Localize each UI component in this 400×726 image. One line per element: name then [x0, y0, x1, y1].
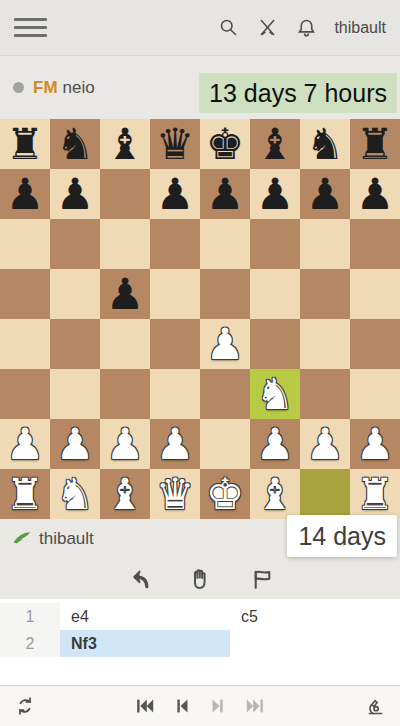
square-b3[interactable] — [50, 369, 100, 419]
move-number: 2 — [0, 630, 60, 657]
square-d3[interactable] — [150, 369, 200, 419]
square-c7[interactable] — [100, 169, 150, 219]
square-g6[interactable] — [300, 219, 350, 269]
square-h3[interactable] — [350, 369, 400, 419]
black-king-e8[interactable]: ♚ — [200, 119, 250, 169]
move-black[interactable] — [230, 630, 400, 657]
square-h1[interactable]: ♜ — [350, 469, 400, 519]
white-pawn-d2[interactable]: ♟ — [150, 419, 200, 469]
square-h5[interactable] — [350, 269, 400, 319]
flip-board-icon[interactable] — [13, 694, 37, 718]
black-pawn-b7[interactable]: ♟ — [50, 169, 100, 219]
square-b5[interactable] — [50, 269, 100, 319]
square-f5[interactable] — [250, 269, 300, 319]
square-a2[interactable]: ♟ — [0, 419, 50, 469]
square-g2[interactable]: ♟ — [300, 419, 350, 469]
square-f2[interactable]: ♟ — [250, 419, 300, 469]
topbar-right: thibault — [217, 17, 386, 39]
white-knight-f3[interactable]: ♞ — [250, 369, 300, 419]
black-pawn-c5[interactable]: ♟ — [100, 269, 150, 319]
notification-bell-icon[interactable] — [295, 17, 317, 39]
square-h7[interactable]: ♟ — [350, 169, 400, 219]
opponent-name[interactable]: neio — [63, 78, 95, 98]
square-b6[interactable] — [50, 219, 100, 269]
top-navbar: thibault — [0, 0, 400, 56]
square-b7[interactable]: ♟ — [50, 169, 100, 219]
hamburger-bar — [14, 26, 47, 29]
square-a1[interactable]: ♜ — [0, 469, 50, 519]
square-h2[interactable]: ♟ — [350, 419, 400, 469]
black-rook-h8[interactable]: ♜ — [350, 119, 400, 169]
white-pawn-f2[interactable]: ♟ — [250, 419, 300, 469]
square-d8[interactable]: ♛ — [150, 119, 200, 169]
square-e4[interactable]: ♟ — [200, 319, 250, 369]
move-list: 1 e4 c5 2 Nf3 — [0, 599, 400, 685]
square-c2[interactable]: ♟ — [100, 419, 150, 469]
square-f7[interactable]: ♟ — [250, 169, 300, 219]
black-bishop-f8[interactable]: ♝ — [250, 119, 300, 169]
square-f4[interactable] — [250, 319, 300, 369]
square-f3[interactable]: ♞ — [250, 369, 300, 419]
square-d2[interactable]: ♟ — [150, 419, 200, 469]
square-a5[interactable] — [0, 269, 50, 319]
square-f8[interactable]: ♝ — [250, 119, 300, 169]
white-pawn-g2[interactable]: ♟ — [300, 419, 350, 469]
move-number: 1 — [0, 603, 60, 630]
square-e7[interactable]: ♟ — [200, 169, 250, 219]
black-pawn-f7[interactable]: ♟ — [250, 169, 300, 219]
square-h8[interactable]: ♜ — [350, 119, 400, 169]
square-g5[interactable] — [300, 269, 350, 319]
square-e8[interactable]: ♚ — [200, 119, 250, 169]
square-d7[interactable]: ♟ — [150, 169, 200, 219]
player-name[interactable]: thibault — [39, 529, 94, 549]
square-e1[interactable]: ♚ — [200, 469, 250, 519]
first-move-icon[interactable] — [134, 695, 156, 717]
square-g1[interactable] — [300, 469, 350, 519]
square-g4[interactable] — [300, 319, 350, 369]
game-action-bar — [0, 559, 400, 599]
white-queen-d1[interactable]: ♛ — [150, 469, 200, 519]
black-queen-d8[interactable]: ♛ — [150, 119, 200, 169]
hamburger-bar — [14, 34, 47, 37]
square-c6[interactable] — [100, 219, 150, 269]
opponent-clock: 13 days 7 hours — [199, 73, 397, 113]
square-a6[interactable] — [0, 219, 50, 269]
player-row: thibault 14 days — [0, 519, 400, 559]
black-pawn-a7[interactable]: ♟ — [0, 169, 50, 219]
move-row: 1 e4 c5 — [0, 603, 400, 630]
square-c1[interactable]: ♝ — [100, 469, 150, 519]
white-knight-b1[interactable]: ♞ — [50, 469, 100, 519]
square-f6[interactable] — [250, 219, 300, 269]
square-e2[interactable] — [200, 419, 250, 469]
square-f1[interactable]: ♝ — [250, 469, 300, 519]
square-b1[interactable]: ♞ — [50, 469, 100, 519]
square-a7[interactable]: ♟ — [0, 169, 50, 219]
square-a4[interactable] — [0, 319, 50, 369]
previous-move-icon[interactable] — [171, 695, 193, 717]
move-white[interactable]: e4 — [60, 603, 230, 630]
white-pawn-b2[interactable]: ♟ — [50, 419, 100, 469]
black-pawn-g7[interactable]: ♟ — [300, 169, 350, 219]
crossed-swords-icon[interactable] — [256, 17, 278, 39]
square-e6[interactable] — [200, 219, 250, 269]
black-pawn-h7[interactable]: ♟ — [350, 169, 400, 219]
black-bishop-c8[interactable]: ♝ — [100, 119, 150, 169]
search-icon[interactable] — [217, 17, 239, 39]
white-bishop-f1[interactable]: ♝ — [250, 469, 300, 519]
square-h4[interactable] — [350, 319, 400, 369]
square-d1[interactable]: ♛ — [150, 469, 200, 519]
square-b8[interactable]: ♞ — [50, 119, 100, 169]
square-c4[interactable] — [100, 319, 150, 369]
square-d6[interactable] — [150, 219, 200, 269]
analysis-microscope-icon[interactable] — [363, 694, 387, 718]
chess-board[interactable]: ♜♞♝♛♚♝♞♜♟♟♟♟♟♟♟♟♟♞♟♟♟♟♟♟♟♜♞♝♛♚♝♜ — [0, 119, 400, 519]
logged-in-username[interactable]: thibault — [334, 19, 386, 37]
square-h6[interactable] — [350, 219, 400, 269]
draw-offer-hand-icon[interactable] — [187, 566, 213, 592]
square-a3[interactable] — [0, 369, 50, 419]
hamburger-menu-icon[interactable] — [14, 13, 47, 42]
move-white-current[interactable]: Nf3 — [60, 630, 230, 657]
move-row: 2 Nf3 — [0, 630, 400, 657]
white-pawn-a2[interactable]: ♟ — [0, 419, 50, 469]
square-c8[interactable]: ♝ — [100, 119, 150, 169]
white-king-e1[interactable]: ♚ — [200, 469, 250, 519]
resign-flag-icon[interactable] — [249, 566, 275, 592]
move-navigation — [134, 695, 267, 717]
square-a8[interactable]: ♜ — [0, 119, 50, 169]
black-knight-b8[interactable]: ♞ — [50, 119, 100, 169]
white-pawn-h2[interactable]: ♟ — [350, 419, 400, 469]
patron-wing-icon — [12, 529, 32, 549]
hamburger-bar — [14, 18, 47, 21]
black-pawn-e7[interactable]: ♟ — [200, 169, 250, 219]
black-pawn-d7[interactable]: ♟ — [150, 169, 200, 219]
square-b2[interactable]: ♟ — [50, 419, 100, 469]
white-pawn-c2[interactable]: ♟ — [100, 419, 150, 469]
player-clock: 14 days — [287, 515, 397, 557]
move-black[interactable]: c5 — [230, 603, 400, 630]
square-g7[interactable]: ♟ — [300, 169, 350, 219]
white-rook-h1[interactable]: ♜ — [350, 469, 400, 519]
square-e3[interactable] — [200, 369, 250, 419]
square-g3[interactable] — [300, 369, 350, 419]
bottom-toolbar — [0, 685, 400, 726]
square-c5[interactable]: ♟ — [100, 269, 150, 319]
square-g8[interactable]: ♞ — [300, 119, 350, 169]
player-title-badge: FM — [33, 78, 58, 98]
white-pawn-e4[interactable]: ♟ — [200, 319, 250, 369]
square-d4[interactable] — [150, 319, 200, 369]
offline-status-dot — [13, 82, 24, 93]
opponent-row: FM neio 13 days 7 hours — [0, 56, 400, 119]
last-move-icon[interactable] — [245, 695, 267, 717]
white-rook-a1[interactable]: ♜ — [0, 469, 50, 519]
takeback-arrow-icon[interactable] — [125, 566, 151, 592]
black-knight-g8[interactable]: ♞ — [300, 119, 350, 169]
square-d5[interactable] — [150, 269, 200, 319]
square-c3[interactable] — [100, 369, 150, 419]
white-bishop-c1[interactable]: ♝ — [100, 469, 150, 519]
square-e5[interactable] — [200, 269, 250, 319]
black-rook-a8[interactable]: ♜ — [0, 119, 50, 169]
next-move-icon[interactable] — [208, 695, 230, 717]
square-b4[interactable] — [50, 319, 100, 369]
